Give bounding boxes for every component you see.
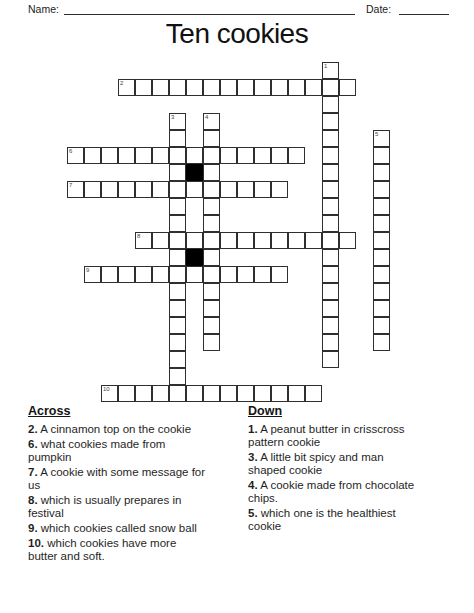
clue-wrapped-line: us [28,479,244,492]
empty-cell [271,215,288,232]
empty-cell [288,198,305,215]
empty-cell [322,368,339,385]
grid-cell[interactable] [322,198,339,215]
grid-cell[interactable] [118,385,135,402]
clue-wrapped-line: shaped cookie [248,464,470,477]
empty-cell [254,113,271,130]
empty-cell [186,215,203,232]
grid-cell[interactable] [203,181,220,198]
puzzle-title: Ten cookies [0,20,474,48]
grid-cell[interactable] [373,215,390,232]
grid-cell[interactable] [322,79,339,96]
empty-cell [101,198,118,215]
empty-cell [152,215,169,232]
empty-cell [254,96,271,113]
empty-cell [186,351,203,368]
empty-cell [203,62,220,79]
empty-cell [305,130,322,147]
grid-cell[interactable] [322,130,339,147]
grid-cell[interactable] [135,181,152,198]
empty-cell [305,300,322,317]
empty-cell [271,62,288,79]
empty-cell [322,385,339,402]
grid-cell[interactable] [203,317,220,334]
grid-cell[interactable] [135,266,152,283]
clue-down-1: 1. A peanut butter in crisscrosspattern … [248,423,470,449]
grid-cell[interactable] [254,266,271,283]
empty-cell [118,198,135,215]
grid-cell[interactable] [169,266,186,283]
empty-cell [84,62,101,79]
empty-cell [237,62,254,79]
grid-cell[interactable] [237,232,254,249]
empty-cell [67,300,84,317]
empty-cell [339,266,356,283]
grid-cell[interactable] [101,147,118,164]
grid-cell[interactable] [322,181,339,198]
date-input-line[interactable] [399,2,449,15]
grid-cell[interactable] [169,283,186,300]
empty-cell [118,113,135,130]
empty-cell [254,334,271,351]
empty-cell [288,164,305,181]
grid-cell[interactable] [288,79,305,96]
grid-cell[interactable] [254,385,271,402]
grid-cell[interactable] [322,164,339,181]
grid-cell[interactable] [169,317,186,334]
empty-cell [203,351,220,368]
empty-cell [288,351,305,368]
grid-cell[interactable] [118,147,135,164]
grid-cell[interactable] [84,181,101,198]
grid-cell[interactable]: 7 [67,181,84,198]
empty-cell [237,215,254,232]
grid-cell[interactable] [373,317,390,334]
empty-cell [101,249,118,266]
grid-cell[interactable] [203,164,220,181]
empty-cell [67,113,84,130]
grid-cell[interactable] [373,249,390,266]
empty-cell [339,62,356,79]
grid-cell[interactable] [203,249,220,266]
empty-cell [356,266,373,283]
grid-cell[interactable] [186,385,203,402]
empty-cell [135,368,152,385]
empty-cell [220,130,237,147]
empty-cell [339,164,356,181]
grid-cell[interactable] [169,351,186,368]
grid-cell[interactable]: 3 [169,113,186,130]
empty-cell [203,96,220,113]
grid-cell[interactable] [152,232,169,249]
empty-cell [152,198,169,215]
empty-cell [84,79,101,96]
grid-cell[interactable] [169,249,186,266]
empty-cell [101,130,118,147]
grid-cell[interactable] [254,232,271,249]
empty-cell [237,334,254,351]
empty-cell [84,351,101,368]
grid-cell[interactable] [271,79,288,96]
grid-cell[interactable] [322,351,339,368]
empty-cell [101,368,118,385]
grid-cell[interactable] [322,300,339,317]
empty-cell [356,317,373,334]
grid-cell[interactable] [135,385,152,402]
empty-cell [288,334,305,351]
empty-cell [152,368,169,385]
clue-number: 2 [120,80,123,86]
empty-cell [152,351,169,368]
clue-number-label: 4. [248,479,258,491]
grid-cell[interactable] [101,181,118,198]
empty-cell [254,300,271,317]
empty-cell [271,317,288,334]
grid-cell[interactable] [169,300,186,317]
grid-cell[interactable] [203,232,220,249]
grid-cell[interactable] [203,385,220,402]
empty-cell [339,215,356,232]
empty-cell [118,232,135,249]
black-cell [186,249,203,266]
empty-cell [67,368,84,385]
empty-cell [373,351,390,368]
empty-cell [254,215,271,232]
empty-cell [101,164,118,181]
grid-cell[interactable] [186,79,203,96]
empty-cell [356,249,373,266]
grid-cell[interactable] [203,147,220,164]
grid-cell[interactable] [271,181,288,198]
empty-cell [339,368,356,385]
grid-cell[interactable] [271,147,288,164]
black-cell [186,164,203,181]
grid-cell[interactable] [271,232,288,249]
empty-cell [356,147,373,164]
empty-cell [305,62,322,79]
empty-cell [67,215,84,232]
empty-cell [67,62,84,79]
grid-cell[interactable] [152,266,169,283]
empty-cell [288,249,305,266]
grid-cell[interactable] [339,232,356,249]
clue-wrapped-line: cookie [248,520,470,533]
empty-cell [271,198,288,215]
grid-cell[interactable] [203,130,220,147]
empty-cell [135,300,152,317]
empty-cell [67,164,84,181]
empty-cell [339,113,356,130]
grid-cell[interactable] [373,283,390,300]
empty-cell [118,334,135,351]
empty-cell [305,317,322,334]
grid-cell[interactable] [254,79,271,96]
empty-cell [135,62,152,79]
grid-cell[interactable] [169,164,186,181]
empty-cell [101,79,118,96]
grid-cell[interactable] [373,266,390,283]
empty-cell [118,300,135,317]
grid-cell[interactable] [135,147,152,164]
empty-cell [220,317,237,334]
grid-cell[interactable] [152,181,169,198]
empty-cell [271,300,288,317]
grid-cell[interactable]: 4 [203,113,220,130]
empty-cell [84,215,101,232]
empty-cell [135,164,152,181]
grid-cell[interactable]: 10 [101,385,118,402]
grid-cell[interactable] [373,334,390,351]
empty-cell [305,215,322,232]
grid-cell[interactable] [203,283,220,300]
grid-cell[interactable] [288,147,305,164]
empty-cell [84,232,101,249]
empty-cell [152,130,169,147]
grid-cell[interactable] [322,113,339,130]
grid-cell[interactable] [237,266,254,283]
empty-cell [186,62,203,79]
grid-cell[interactable] [322,147,339,164]
grid-cell[interactable] [135,79,152,96]
empty-cell [288,215,305,232]
grid-cell[interactable] [220,266,237,283]
grid-cell[interactable] [305,232,322,249]
grid-cell[interactable] [237,385,254,402]
empty-cell [254,283,271,300]
empty-cell [67,79,84,96]
empty-cell [220,300,237,317]
grid-cell[interactable] [203,266,220,283]
grid-cell[interactable] [169,181,186,198]
grid-cell[interactable] [203,334,220,351]
empty-cell [220,113,237,130]
grid-cell[interactable] [186,181,203,198]
empty-cell [288,181,305,198]
grid-cell[interactable] [322,317,339,334]
empty-cell [84,317,101,334]
empty-cell [305,334,322,351]
empty-cell [254,198,271,215]
grid-cell[interactable] [237,147,254,164]
grid-cell[interactable] [84,147,101,164]
empty-cell [135,283,152,300]
empty-cell [220,283,237,300]
grid-cell[interactable] [152,147,169,164]
grid-cell[interactable] [203,215,220,232]
across-clues-list: 2. A cinnamon top on the cookie6. what c… [28,423,244,563]
grid-cell[interactable] [254,181,271,198]
empty-cell [84,164,101,181]
grid-cell[interactable] [203,198,220,215]
grid-cell[interactable] [373,300,390,317]
grid-cell[interactable] [169,385,186,402]
empty-cell [288,317,305,334]
grid-cell[interactable]: 5 [373,130,390,147]
empty-cell [169,96,186,113]
clue-down-4: 4. A cookie made from chocolatechips. [248,479,470,505]
grid-cell[interactable] [220,147,237,164]
empty-cell [373,113,390,130]
empty-cell [203,368,220,385]
empty-cell [84,113,101,130]
grid-cell[interactable]: 1 [322,62,339,79]
empty-cell [356,181,373,198]
clue-wrapped-line: pumpkin [28,451,244,464]
clue-across-8: 8. which is usually prepares infestival [28,494,244,520]
empty-cell [220,368,237,385]
empty-cell [101,113,118,130]
empty-cell [84,300,101,317]
empty-cell [254,249,271,266]
grid-cell[interactable]: 2 [118,79,135,96]
empty-cell [271,249,288,266]
grid-cell[interactable] [152,385,169,402]
grid-cell[interactable] [169,334,186,351]
grid-cell[interactable]: 8 [135,232,152,249]
grid-cell[interactable] [288,385,305,402]
grid-cell[interactable] [322,96,339,113]
empty-cell [271,283,288,300]
grid-cell[interactable] [373,198,390,215]
grid-cell[interactable] [169,232,186,249]
name-input-line[interactable] [64,2,355,15]
empty-cell [288,283,305,300]
empty-cell [186,317,203,334]
grid-cell[interactable]: 6 [67,147,84,164]
empty-cell [152,300,169,317]
empty-cell [305,351,322,368]
grid-cell[interactable] [237,79,254,96]
clue-number-label: 5. [248,507,258,519]
empty-cell [135,113,152,130]
grid-cell[interactable] [322,283,339,300]
empty-cell [101,351,118,368]
empty-cell [288,300,305,317]
grid-cell[interactable] [322,266,339,283]
empty-cell [169,62,186,79]
grid-cell[interactable] [169,130,186,147]
empty-cell [237,351,254,368]
empty-cell [305,164,322,181]
grid-cell[interactable] [339,79,356,96]
grid-cell[interactable] [118,266,135,283]
clue-across-9: 9. which cookies called snow ball [28,522,244,535]
empty-cell [186,198,203,215]
grid-cell[interactable] [373,181,390,198]
grid-cell[interactable] [305,79,322,96]
empty-cell [67,96,84,113]
grid-cell[interactable] [220,79,237,96]
grid-cell[interactable] [305,385,322,402]
grid-cell[interactable] [169,368,186,385]
grid-cell[interactable] [169,215,186,232]
grid-cell[interactable] [118,181,135,198]
grid-cell[interactable] [322,232,339,249]
empty-cell [271,164,288,181]
grid-cell[interactable] [254,147,271,164]
clue-number: 7 [69,182,72,188]
grid-cell[interactable] [373,147,390,164]
clue-number: 3 [171,114,174,120]
grid-cell[interactable] [169,147,186,164]
empty-cell [101,283,118,300]
empty-cell [84,198,101,215]
empty-cell [67,334,84,351]
grid-cell[interactable]: 9 [84,266,101,283]
empty-cell [305,113,322,130]
empty-cell [356,232,373,249]
grid-cell[interactable] [203,79,220,96]
empty-cell [220,334,237,351]
grid-cell[interactable] [186,147,203,164]
grid-cell[interactable] [271,266,288,283]
grid-cell[interactable] [237,181,254,198]
empty-cell [135,351,152,368]
grid-cell[interactable] [322,249,339,266]
grid-cell[interactable] [169,198,186,215]
empty-cell [84,96,101,113]
grid-cell[interactable] [271,385,288,402]
empty-cell [152,62,169,79]
empty-cell [356,130,373,147]
grid-cell[interactable] [203,300,220,317]
empty-cell [356,96,373,113]
grid-cell[interactable] [169,79,186,96]
grid-cell[interactable] [322,215,339,232]
empty-cell [67,283,84,300]
grid-cell[interactable] [220,232,237,249]
empty-cell [305,198,322,215]
empty-cell [118,317,135,334]
empty-cell [356,368,373,385]
empty-cell [254,368,271,385]
grid-cell[interactable] [220,385,237,402]
clue-number: 8 [137,233,140,239]
empty-cell [339,96,356,113]
empty-cell [339,147,356,164]
empty-cell [101,334,118,351]
grid-cell[interactable] [373,232,390,249]
clue-number-label: 6. [28,438,38,450]
down-clues-list: 1. A peanut butter in crisscrosspattern … [248,423,470,533]
grid-cell[interactable] [101,266,118,283]
grid-cell[interactable] [220,181,237,198]
empty-cell [373,79,390,96]
grid-cell[interactable] [186,232,203,249]
grid-cell[interactable] [322,334,339,351]
empty-cell [339,130,356,147]
grid-cell[interactable] [373,164,390,181]
grid-cell[interactable] [288,232,305,249]
clue-number: 1 [324,63,327,69]
grid-cell[interactable] [152,79,169,96]
clue-number-label: 7. [28,466,38,478]
empty-cell [305,249,322,266]
empty-cell [271,368,288,385]
empty-cell [118,351,135,368]
empty-cell [186,300,203,317]
empty-cell [356,300,373,317]
empty-cell [237,164,254,181]
empty-cell [305,283,322,300]
name-label: Name: [28,3,59,15]
grid-cell[interactable] [186,266,203,283]
empty-cell [152,249,169,266]
clue-down-5: 5. which one is the healthiestcookie [248,507,470,533]
empty-cell [356,215,373,232]
empty-cell [67,198,84,215]
empty-cell [288,62,305,79]
